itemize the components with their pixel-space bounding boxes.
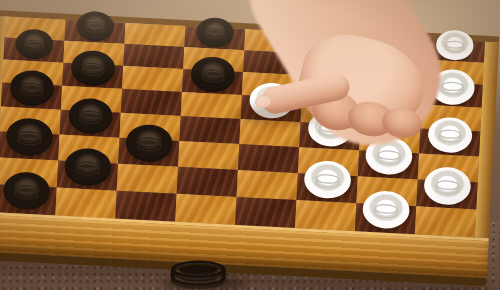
square-c6r2 bbox=[303, 53, 364, 78]
square-c6r8 bbox=[295, 200, 356, 231]
square-c5r5 bbox=[239, 119, 300, 147]
black-checker[interactable]: ⛂ bbox=[196, 16, 235, 48]
square-c2r3[interactable]: ⛂ bbox=[62, 63, 123, 89]
square-c2r8 bbox=[55, 188, 116, 219]
square-c6r7[interactable]: ⛀ bbox=[296, 173, 357, 203]
square-c8r7[interactable]: ⛀ bbox=[416, 179, 477, 209]
square-c1r2[interactable]: ⛂ bbox=[3, 38, 64, 63]
white-checker[interactable]: ⛀ bbox=[435, 29, 474, 61]
square-c5r2[interactable] bbox=[243, 50, 304, 75]
square-c4r4 bbox=[181, 92, 242, 119]
square-c1r4[interactable]: ⛂ bbox=[1, 83, 62, 110]
square-c4r5[interactable] bbox=[179, 116, 240, 144]
square-c5r8[interactable] bbox=[235, 197, 296, 228]
square-c3r7 bbox=[117, 164, 178, 194]
square-c3r4[interactable] bbox=[121, 89, 182, 116]
square-c3r6[interactable]: ⛂ bbox=[118, 138, 179, 167]
square-c7r4[interactable]: ⛀ bbox=[360, 101, 421, 128]
square-c4r8 bbox=[175, 194, 236, 225]
square-c6r5[interactable]: ⛀ bbox=[299, 122, 360, 150]
board-grid: ⛂⛂⛀⛀⛂⛀⛂⛂⛀⛂⛀⛀⛂⛀⛀⛂⛂⛀⛂⛀⛀⛂⛀ bbox=[0, 17, 485, 238]
square-c5r7 bbox=[237, 170, 298, 200]
square-c2r7[interactable]: ⛂ bbox=[57, 161, 118, 191]
square-c8r8 bbox=[415, 206, 476, 237]
square-c6r3[interactable] bbox=[302, 75, 363, 101]
square-c5r4[interactable]: ⛀ bbox=[241, 95, 302, 122]
square-c5r6[interactable] bbox=[238, 144, 299, 173]
square-c3r3 bbox=[122, 66, 183, 92]
square-c4r3[interactable]: ⛂ bbox=[182, 69, 243, 95]
square-c8r5[interactable]: ⛀ bbox=[419, 128, 480, 156]
square-c1r8[interactable]: ⛂ bbox=[0, 184, 57, 215]
square-c8r3[interactable]: ⛀ bbox=[422, 82, 483, 108]
square-c3r8[interactable] bbox=[115, 191, 176, 222]
square-c2r5[interactable]: ⛂ bbox=[60, 110, 121, 138]
checkers-board: ⛂⛂⛀⛀⛂⛀⛂⛂⛀⛂⛀⛀⛂⛀⛀⛂⛂⛀⛂⛀⛀⛂⛀ bbox=[0, 10, 499, 286]
square-c7r8[interactable]: ⛀ bbox=[355, 203, 416, 234]
black-checker[interactable]: ⛂ bbox=[76, 10, 115, 42]
square-c4r6 bbox=[178, 141, 239, 170]
square-c4r7[interactable] bbox=[177, 167, 238, 197]
white-checker[interactable]: ⛀ bbox=[316, 22, 355, 54]
square-c7r6[interactable]: ⛀ bbox=[358, 150, 419, 179]
captured-black-checker[interactable]: ⛂ bbox=[168, 250, 228, 290]
square-c7r2[interactable]: ⛀ bbox=[363, 56, 424, 81]
square-c1r6[interactable]: ⛂ bbox=[0, 131, 60, 160]
checkers-photo-scene: { "game": "checkers (draughts)", "scene_… bbox=[0, 0, 500, 290]
square-c3r2[interactable] bbox=[123, 44, 184, 69]
